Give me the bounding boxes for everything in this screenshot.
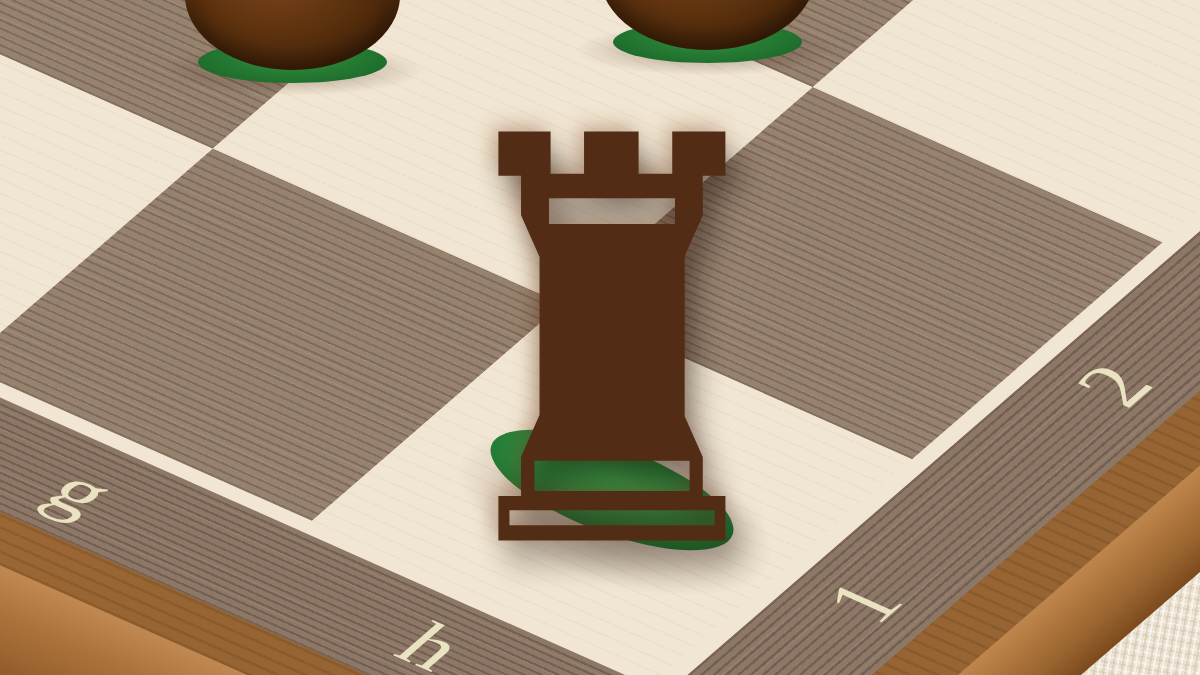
- partial-piece-f2: [185, 0, 400, 70]
- dark-rook-h1: ♜: [396, 46, 828, 646]
- chessboard-photo-scene: abcdefgh abcdefgh 87654321 87654321 ♜: [0, 0, 1200, 675]
- square-h1: ♜: [312, 304, 912, 675]
- partial-piece-g3: [600, 0, 815, 50]
- chessboard: abcdefgh abcdefgh 87654321 87654321 ♜: [0, 0, 1200, 675]
